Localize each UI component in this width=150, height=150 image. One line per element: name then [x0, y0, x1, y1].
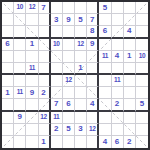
cell-r2c12[interactable]: [136, 14, 148, 26]
cell-r12c5[interactable]: [51, 136, 63, 148]
cell-r3c10[interactable]: [112, 26, 124, 38]
cell-r5c5[interactable]: [51, 51, 63, 63]
cell-r7c12[interactable]: [136, 75, 148, 87]
cell-r11c4[interactable]: [39, 124, 51, 136]
cell-r12c6[interactable]: [63, 136, 75, 148]
cell-r6c12[interactable]: [136, 63, 148, 75]
cell-r8c9[interactable]: [99, 87, 111, 99]
cell-r3c8[interactable]: 8: [87, 26, 99, 38]
cell-r7c4[interactable]: [39, 75, 51, 87]
cell-r3c6[interactable]: [63, 26, 75, 38]
cell-r7c11[interactable]: [124, 75, 136, 87]
cell-r5c10[interactable]: 4: [112, 51, 124, 63]
cell-r2c6[interactable]: 9: [63, 14, 75, 26]
cell-r8c6[interactable]: [63, 87, 75, 99]
cell-r2c1[interactable]: [2, 14, 14, 26]
cell-r4c1[interactable]: 6: [2, 39, 14, 51]
cell-r3c3[interactable]: [26, 26, 38, 38]
cell-r8c2[interactable]: 11: [14, 87, 26, 99]
cell-r8c10[interactable]: [112, 87, 124, 99]
cell-r1c1[interactable]: [2, 2, 14, 14]
cell-r8c1[interactable]: 1: [2, 87, 14, 99]
cell-r4c8[interactable]: 9: [87, 39, 99, 51]
cell-r8c8[interactable]: [87, 87, 99, 99]
cell-r1c5[interactable]: [51, 2, 63, 14]
cell-r12c2[interactable]: [14, 136, 26, 148]
cell-r1c2[interactable]: 10: [14, 2, 26, 14]
cell-r1c8[interactable]: [87, 2, 99, 14]
cell-r10c7[interactable]: [75, 112, 87, 124]
cell-r8c5[interactable]: [51, 87, 63, 99]
cell-r11c7[interactable]: 3: [75, 124, 87, 136]
cell-r2c10[interactable]: [112, 14, 124, 26]
cell-r4c4[interactable]: [39, 39, 51, 51]
cell-r10c1[interactable]: [2, 112, 14, 124]
cell-r7c7[interactable]: [75, 75, 87, 87]
cell-r9c12[interactable]: 5: [136, 99, 148, 111]
cell-r8c12[interactable]: [136, 87, 148, 99]
cell-r5c8[interactable]: [87, 51, 99, 63]
cell-r9c1[interactable]: [2, 99, 14, 111]
cell-r8c3[interactable]: 9: [26, 87, 38, 99]
cell-r6c10[interactable]: [112, 63, 124, 75]
cell-r3c12[interactable]: [136, 26, 148, 38]
cell-r11c1[interactable]: [2, 124, 14, 136]
cell-r12c7[interactable]: [75, 136, 87, 148]
cell-r5c3[interactable]: [26, 51, 38, 63]
cell-r10c3[interactable]: [26, 112, 38, 124]
cell-r8c11[interactable]: [124, 87, 136, 99]
cell-r6c9[interactable]: [99, 63, 111, 75]
cell-r4c5[interactable]: 10: [51, 39, 63, 51]
cell-r6c7[interactable]: 1: [75, 63, 87, 75]
cell-r2c3[interactable]: [26, 14, 38, 26]
cell-r6c8[interactable]: [87, 63, 99, 75]
cell-r11c5[interactable]: 2: [51, 124, 63, 136]
cell-r11c8[interactable]: 12: [87, 124, 99, 136]
sudoku-board: 1012753957864611012911411011112111119276…: [0, 0, 150, 150]
cell-r10c5[interactable]: 11: [51, 112, 63, 124]
cell-r7c8[interactable]: [87, 75, 99, 87]
cell-r9c7[interactable]: [75, 99, 87, 111]
cell-r12c3[interactable]: [26, 136, 38, 148]
cell-r11c9[interactable]: [99, 124, 111, 136]
cell-r3c5[interactable]: [51, 26, 63, 38]
cell-r6c4[interactable]: [39, 63, 51, 75]
cell-r5c7[interactable]: [75, 51, 87, 63]
cell-r10c9[interactable]: [99, 112, 111, 124]
cell-r2c9[interactable]: [99, 14, 111, 26]
cell-r3c7[interactable]: [75, 26, 87, 38]
cell-r1c12[interactable]: [136, 2, 148, 14]
cell-r12c12[interactable]: [136, 136, 148, 148]
cell-r3c2[interactable]: [14, 26, 26, 38]
cell-r11c11[interactable]: [124, 124, 136, 136]
cell-r12c8[interactable]: [87, 136, 99, 148]
cell-r9c10[interactable]: 2: [112, 99, 124, 111]
cell-r4c7[interactable]: 12: [75, 39, 87, 51]
cell-r4c9[interactable]: [99, 39, 111, 51]
cell-r2c7[interactable]: 5: [75, 14, 87, 26]
cell-r8c7[interactable]: [75, 87, 87, 99]
cell-r4c10[interactable]: [112, 39, 124, 51]
cell-r8c4[interactable]: 2: [39, 87, 51, 99]
cell-r2c2[interactable]: [14, 14, 26, 26]
cell-r4c12[interactable]: [136, 39, 148, 51]
cell-r9c6[interactable]: 6: [63, 99, 75, 111]
cell-r12c10[interactable]: 6: [112, 136, 124, 148]
cell-r2c8[interactable]: 7: [87, 14, 99, 26]
cell-r9c8[interactable]: 4: [87, 99, 99, 111]
cell-r6c5[interactable]: [51, 63, 63, 75]
cell-r11c12[interactable]: [136, 124, 148, 136]
cell-r4c2[interactable]: [14, 39, 26, 51]
cell-r12c9[interactable]: 4: [99, 136, 111, 148]
cell-r12c11[interactable]: 2: [124, 136, 136, 148]
cell-r5c11[interactable]: 1: [124, 51, 136, 63]
cell-r6c3[interactable]: 11: [26, 63, 38, 75]
cell-r2c4[interactable]: [39, 14, 51, 26]
cell-r2c11[interactable]: [124, 14, 136, 26]
cell-r5c1[interactable]: [2, 51, 14, 63]
cell-r10c12[interactable]: [136, 112, 148, 124]
cell-r9c3[interactable]: [26, 99, 38, 111]
cell-r7c6[interactable]: 12: [63, 75, 75, 87]
cell-r11c6[interactable]: 5: [63, 124, 75, 136]
cell-r7c2[interactable]: [14, 75, 26, 87]
cell-r10c8[interactable]: [87, 112, 99, 124]
cell-r2c5[interactable]: 3: [51, 14, 63, 26]
cell-r3c1[interactable]: [2, 26, 14, 38]
cell-r1c9[interactable]: 5: [99, 2, 111, 14]
cell-r12c4[interactable]: 1: [39, 136, 51, 148]
cell-r7c10[interactable]: 11: [112, 75, 124, 87]
cell-r10c6[interactable]: [63, 112, 75, 124]
cell-r9c9[interactable]: [99, 99, 111, 111]
cell-r7c5[interactable]: [51, 75, 63, 87]
cell-r5c9[interactable]: 11: [99, 51, 111, 63]
cell-r1c4[interactable]: 7: [39, 2, 51, 14]
cell-r11c3[interactable]: [26, 124, 38, 136]
cell-r1c10[interactable]: [112, 2, 124, 14]
cell-r1c6[interactable]: [63, 2, 75, 14]
cell-r3c9[interactable]: 6: [99, 26, 111, 38]
cell-r10c4[interactable]: 12: [39, 112, 51, 124]
cell-r5c4[interactable]: [39, 51, 51, 63]
cell-r6c11[interactable]: [124, 63, 136, 75]
cell-r6c6[interactable]: [63, 63, 75, 75]
cell-r11c2[interactable]: [14, 124, 26, 136]
cell-r4c3[interactable]: 1: [26, 39, 38, 51]
cell-r10c11[interactable]: [124, 112, 136, 124]
cell-r9c5[interactable]: 7: [51, 99, 63, 111]
cell-r3c11[interactable]: 4: [124, 26, 136, 38]
cell-r5c6[interactable]: [63, 51, 75, 63]
cell-r7c9[interactable]: [99, 75, 111, 87]
cell-r9c4[interactable]: [39, 99, 51, 111]
cell-r10c10[interactable]: [112, 112, 124, 124]
cell-r11c10[interactable]: [112, 124, 124, 136]
cell-r3c4[interactable]: [39, 26, 51, 38]
cell-r9c2[interactable]: [14, 99, 26, 111]
cell-r1c11[interactable]: [124, 2, 136, 14]
cell-r7c3[interactable]: [26, 75, 38, 87]
cell-r4c6[interactable]: [63, 39, 75, 51]
cell-r4c11[interactable]: [124, 39, 136, 51]
cell-r9c11[interactable]: [124, 99, 136, 111]
cell-r1c3[interactable]: 12: [26, 2, 38, 14]
cell-r12c1[interactable]: [2, 136, 14, 148]
cell-r1c7[interactable]: [75, 2, 87, 14]
sudoku-grid: 1012753957864611012911411011112111119276…: [0, 0, 150, 150]
cell-r5c12[interactable]: 10: [136, 51, 148, 63]
cell-r5c2[interactable]: [14, 51, 26, 63]
cell-r6c2[interactable]: [14, 63, 26, 75]
cell-r6c1[interactable]: [2, 63, 14, 75]
cell-r10c2[interactable]: 9: [14, 112, 26, 124]
cell-r7c1[interactable]: [2, 75, 14, 87]
